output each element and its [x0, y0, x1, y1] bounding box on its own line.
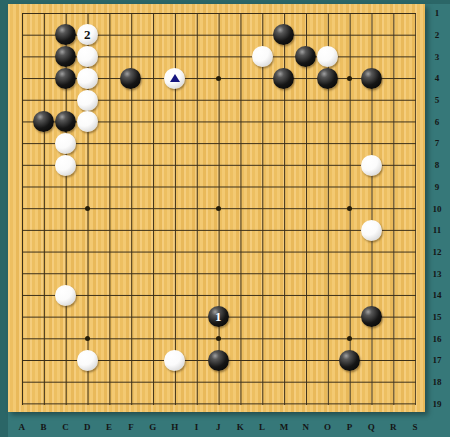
- intersection-N14[interactable]: [295, 284, 317, 306]
- intersection-C1[interactable]: [54, 2, 76, 24]
- intersection-E19[interactable]: [98, 393, 120, 415]
- intersection-E1[interactable]: [98, 2, 120, 24]
- intersection-P17[interactable]: [338, 349, 360, 371]
- intersection-G1[interactable]: [142, 2, 164, 24]
- intersection-I2[interactable]: [186, 24, 208, 46]
- intersection-A3[interactable]: [11, 46, 33, 68]
- intersection-D12[interactable]: [76, 241, 98, 263]
- intersection-J17[interactable]: [207, 349, 229, 371]
- intersection-D7[interactable]: [76, 133, 98, 155]
- intersection-F4[interactable]: [120, 68, 142, 90]
- intersection-R6[interactable]: [382, 111, 404, 133]
- intersection-B4[interactable]: [33, 68, 55, 90]
- intersection-K5[interactable]: [229, 89, 251, 111]
- intersection-M9[interactable]: [273, 176, 295, 198]
- intersection-J19[interactable]: [207, 393, 229, 415]
- intersection-D2[interactable]: 2: [76, 24, 98, 46]
- intersection-Q16[interactable]: [360, 328, 382, 350]
- intersection-G14[interactable]: [142, 284, 164, 306]
- intersection-B14[interactable]: [33, 284, 55, 306]
- intersection-M17[interactable]: [273, 349, 295, 371]
- intersection-C10[interactable]: [54, 198, 76, 220]
- intersection-F5[interactable]: [120, 89, 142, 111]
- intersection-O15[interactable]: [317, 306, 339, 328]
- intersection-R7[interactable]: [382, 133, 404, 155]
- intersection-B5[interactable]: [33, 89, 55, 111]
- intersection-B7[interactable]: [33, 133, 55, 155]
- intersection-C3[interactable]: [54, 46, 76, 68]
- intersection-K6[interactable]: [229, 111, 251, 133]
- intersection-P18[interactable]: [338, 371, 360, 393]
- intersection-Q3[interactable]: [360, 46, 382, 68]
- intersection-L1[interactable]: [251, 2, 273, 24]
- intersection-H9[interactable]: [164, 176, 186, 198]
- intersection-I1[interactable]: [186, 2, 208, 24]
- intersection-M16[interactable]: [273, 328, 295, 350]
- intersection-E16[interactable]: [98, 328, 120, 350]
- intersection-Q10[interactable]: [360, 198, 382, 220]
- intersection-H14[interactable]: [164, 284, 186, 306]
- intersection-I9[interactable]: [186, 176, 208, 198]
- intersection-H18[interactable]: [164, 371, 186, 393]
- intersection-O14[interactable]: [317, 284, 339, 306]
- intersection-H16[interactable]: [164, 328, 186, 350]
- intersection-S15[interactable]: [404, 306, 426, 328]
- intersection-F14[interactable]: [120, 284, 142, 306]
- intersection-P19[interactable]: [338, 393, 360, 415]
- intersection-F2[interactable]: [120, 24, 142, 46]
- intersection-E10[interactable]: [98, 198, 120, 220]
- intersection-L19[interactable]: [251, 393, 273, 415]
- intersection-G19[interactable]: [142, 393, 164, 415]
- intersection-P2[interactable]: [338, 24, 360, 46]
- intersection-G17[interactable]: [142, 349, 164, 371]
- intersection-L4[interactable]: [251, 68, 273, 90]
- intersection-Q14[interactable]: [360, 284, 382, 306]
- intersection-I15[interactable]: [186, 306, 208, 328]
- intersection-Q6[interactable]: [360, 111, 382, 133]
- intersection-G3[interactable]: [142, 46, 164, 68]
- intersection-A19[interactable]: [11, 393, 33, 415]
- intersection-G8[interactable]: [142, 154, 164, 176]
- intersection-H7[interactable]: [164, 133, 186, 155]
- intersection-J7[interactable]: [207, 133, 229, 155]
- intersection-M2[interactable]: [273, 24, 295, 46]
- intersection-Q15[interactable]: [360, 306, 382, 328]
- intersection-E18[interactable]: [98, 371, 120, 393]
- intersection-K19[interactable]: [229, 393, 251, 415]
- intersection-E7[interactable]: [98, 133, 120, 155]
- intersection-L11[interactable]: [251, 219, 273, 241]
- intersection-F7[interactable]: [120, 133, 142, 155]
- intersection-A4[interactable]: [11, 68, 33, 90]
- intersection-P13[interactable]: [338, 263, 360, 285]
- intersection-O18[interactable]: [317, 371, 339, 393]
- intersection-F8[interactable]: [120, 154, 142, 176]
- intersection-J9[interactable]: [207, 176, 229, 198]
- intersection-N18[interactable]: [295, 371, 317, 393]
- intersection-P6[interactable]: [338, 111, 360, 133]
- intersection-Q17[interactable]: [360, 349, 382, 371]
- intersection-A17[interactable]: [11, 349, 33, 371]
- intersection-R11[interactable]: [382, 219, 404, 241]
- intersection-B11[interactable]: [33, 219, 55, 241]
- intersection-N4[interactable]: [295, 68, 317, 90]
- intersection-L2[interactable]: [251, 24, 273, 46]
- intersection-M18[interactable]: [273, 371, 295, 393]
- intersection-J1[interactable]: [207, 2, 229, 24]
- intersection-H13[interactable]: [164, 263, 186, 285]
- intersection-H11[interactable]: [164, 219, 186, 241]
- intersection-H12[interactable]: [164, 241, 186, 263]
- intersection-J12[interactable]: [207, 241, 229, 263]
- intersection-O12[interactable]: [317, 241, 339, 263]
- intersection-N3[interactable]: [295, 46, 317, 68]
- intersection-J13[interactable]: [207, 263, 229, 285]
- intersection-J3[interactable]: [207, 46, 229, 68]
- intersection-A7[interactable]: [11, 133, 33, 155]
- intersection-J15[interactable]: 1: [207, 306, 229, 328]
- intersection-J5[interactable]: [207, 89, 229, 111]
- intersection-G12[interactable]: [142, 241, 164, 263]
- intersection-A1[interactable]: [11, 2, 33, 24]
- intersection-S7[interactable]: [404, 133, 426, 155]
- intersection-H4[interactable]: [164, 68, 186, 90]
- intersection-K14[interactable]: [229, 284, 251, 306]
- intersection-K12[interactable]: [229, 241, 251, 263]
- intersection-H6[interactable]: [164, 111, 186, 133]
- intersection-G9[interactable]: [142, 176, 164, 198]
- intersection-N19[interactable]: [295, 393, 317, 415]
- intersection-A13[interactable]: [11, 263, 33, 285]
- intersection-O10[interactable]: [317, 198, 339, 220]
- intersection-D1[interactable]: [76, 2, 98, 24]
- intersection-I10[interactable]: [186, 198, 208, 220]
- intersection-O3[interactable]: [317, 46, 339, 68]
- intersection-S4[interactable]: [404, 68, 426, 90]
- intersection-I14[interactable]: [186, 284, 208, 306]
- intersection-N2[interactable]: [295, 24, 317, 46]
- intersection-E5[interactable]: [98, 89, 120, 111]
- intersection-H5[interactable]: [164, 89, 186, 111]
- intersection-K16[interactable]: [229, 328, 251, 350]
- intersection-Q18[interactable]: [360, 371, 382, 393]
- intersection-H3[interactable]: [164, 46, 186, 68]
- intersection-D4[interactable]: [76, 68, 98, 90]
- intersection-B16[interactable]: [33, 328, 55, 350]
- intersection-I5[interactable]: [186, 89, 208, 111]
- intersection-C19[interactable]: [54, 393, 76, 415]
- intersection-A6[interactable]: [11, 111, 33, 133]
- intersection-F10[interactable]: [120, 198, 142, 220]
- intersection-L10[interactable]: [251, 198, 273, 220]
- intersection-A11[interactable]: [11, 219, 33, 241]
- intersection-C17[interactable]: [54, 349, 76, 371]
- intersection-G15[interactable]: [142, 306, 164, 328]
- intersection-B17[interactable]: [33, 349, 55, 371]
- intersection-N1[interactable]: [295, 2, 317, 24]
- intersection-S12[interactable]: [404, 241, 426, 263]
- intersection-E12[interactable]: [98, 241, 120, 263]
- intersection-R13[interactable]: [382, 263, 404, 285]
- intersection-R19[interactable]: [382, 393, 404, 415]
- intersection-P9[interactable]: [338, 176, 360, 198]
- intersection-G13[interactable]: [142, 263, 164, 285]
- intersection-K15[interactable]: [229, 306, 251, 328]
- intersection-K10[interactable]: [229, 198, 251, 220]
- intersection-S10[interactable]: [404, 198, 426, 220]
- intersection-M7[interactable]: [273, 133, 295, 155]
- intersection-N15[interactable]: [295, 306, 317, 328]
- intersection-N11[interactable]: [295, 219, 317, 241]
- intersection-M3[interactable]: [273, 46, 295, 68]
- intersection-R17[interactable]: [382, 349, 404, 371]
- intersection-F6[interactable]: [120, 111, 142, 133]
- intersection-G2[interactable]: [142, 24, 164, 46]
- intersection-F13[interactable]: [120, 263, 142, 285]
- intersection-R18[interactable]: [382, 371, 404, 393]
- intersection-L8[interactable]: [251, 154, 273, 176]
- intersection-R10[interactable]: [382, 198, 404, 220]
- intersection-O13[interactable]: [317, 263, 339, 285]
- intersection-R5[interactable]: [382, 89, 404, 111]
- intersection-B19[interactable]: [33, 393, 55, 415]
- intersection-F15[interactable]: [120, 306, 142, 328]
- intersection-Q19[interactable]: [360, 393, 382, 415]
- intersection-B15[interactable]: [33, 306, 55, 328]
- intersection-Q8[interactable]: [360, 154, 382, 176]
- intersection-O19[interactable]: [317, 393, 339, 415]
- intersection-J8[interactable]: [207, 154, 229, 176]
- intersection-C4[interactable]: [54, 68, 76, 90]
- intersection-I8[interactable]: [186, 154, 208, 176]
- intersection-E2[interactable]: [98, 24, 120, 46]
- intersection-Q1[interactable]: [360, 2, 382, 24]
- intersection-F1[interactable]: [120, 2, 142, 24]
- intersection-A10[interactable]: [11, 198, 33, 220]
- intersection-L13[interactable]: [251, 263, 273, 285]
- intersection-E8[interactable]: [98, 154, 120, 176]
- intersection-E6[interactable]: [98, 111, 120, 133]
- intersection-L9[interactable]: [251, 176, 273, 198]
- intersection-P11[interactable]: [338, 219, 360, 241]
- intersection-K1[interactable]: [229, 2, 251, 24]
- intersection-P14[interactable]: [338, 284, 360, 306]
- intersection-R4[interactable]: [382, 68, 404, 90]
- intersection-S2[interactable]: [404, 24, 426, 46]
- intersection-I16[interactable]: [186, 328, 208, 350]
- intersection-R9[interactable]: [382, 176, 404, 198]
- intersection-J11[interactable]: [207, 219, 229, 241]
- intersection-D14[interactable]: [76, 284, 98, 306]
- intersection-J4[interactable]: [207, 68, 229, 90]
- intersection-O16[interactable]: [317, 328, 339, 350]
- intersection-B2[interactable]: [33, 24, 55, 46]
- intersection-C5[interactable]: [54, 89, 76, 111]
- intersection-F17[interactable]: [120, 349, 142, 371]
- intersection-N12[interactable]: [295, 241, 317, 263]
- intersection-N6[interactable]: [295, 111, 317, 133]
- intersection-G5[interactable]: [142, 89, 164, 111]
- intersection-I18[interactable]: [186, 371, 208, 393]
- intersection-C8[interactable]: [54, 154, 76, 176]
- intersection-H19[interactable]: [164, 393, 186, 415]
- intersection-B6[interactable]: [33, 111, 55, 133]
- intersection-B18[interactable]: [33, 371, 55, 393]
- intersection-Q4[interactable]: [360, 68, 382, 90]
- intersection-D6[interactable]: [76, 111, 98, 133]
- intersection-L17[interactable]: [251, 349, 273, 371]
- intersection-L5[interactable]: [251, 89, 273, 111]
- intersection-P16[interactable]: [338, 328, 360, 350]
- intersection-S16[interactable]: [404, 328, 426, 350]
- intersection-C16[interactable]: [54, 328, 76, 350]
- intersection-I6[interactable]: [186, 111, 208, 133]
- intersection-D13[interactable]: [76, 263, 98, 285]
- intersection-A5[interactable]: [11, 89, 33, 111]
- intersection-B13[interactable]: [33, 263, 55, 285]
- intersection-E13[interactable]: [98, 263, 120, 285]
- intersection-L3[interactable]: [251, 46, 273, 68]
- intersection-S11[interactable]: [404, 219, 426, 241]
- intersection-Q2[interactable]: [360, 24, 382, 46]
- intersection-Q13[interactable]: [360, 263, 382, 285]
- intersection-P5[interactable]: [338, 89, 360, 111]
- intersection-C2[interactable]: [54, 24, 76, 46]
- intersection-O5[interactable]: [317, 89, 339, 111]
- intersection-M8[interactable]: [273, 154, 295, 176]
- intersection-C12[interactable]: [54, 241, 76, 263]
- intersection-O7[interactable]: [317, 133, 339, 155]
- intersection-R14[interactable]: [382, 284, 404, 306]
- intersection-M11[interactable]: [273, 219, 295, 241]
- intersection-P12[interactable]: [338, 241, 360, 263]
- intersection-N13[interactable]: [295, 263, 317, 285]
- intersection-B8[interactable]: [33, 154, 55, 176]
- intersection-A18[interactable]: [11, 371, 33, 393]
- intersection-O6[interactable]: [317, 111, 339, 133]
- intersection-O9[interactable]: [317, 176, 339, 198]
- intersection-M10[interactable]: [273, 198, 295, 220]
- intersection-P15[interactable]: [338, 306, 360, 328]
- intersection-E3[interactable]: [98, 46, 120, 68]
- intersection-J16[interactable]: [207, 328, 229, 350]
- intersection-B12[interactable]: [33, 241, 55, 263]
- intersection-M1[interactable]: [273, 2, 295, 24]
- intersection-E14[interactable]: [98, 284, 120, 306]
- intersection-C14[interactable]: [54, 284, 76, 306]
- intersection-A12[interactable]: [11, 241, 33, 263]
- intersection-I4[interactable]: [186, 68, 208, 90]
- intersection-S18[interactable]: [404, 371, 426, 393]
- intersection-A9[interactable]: [11, 176, 33, 198]
- intersection-P1[interactable]: [338, 2, 360, 24]
- intersection-M12[interactable]: [273, 241, 295, 263]
- intersection-O1[interactable]: [317, 2, 339, 24]
- intersection-D18[interactable]: [76, 371, 98, 393]
- intersection-I19[interactable]: [186, 393, 208, 415]
- intersection-Q9[interactable]: [360, 176, 382, 198]
- intersection-H1[interactable]: [164, 2, 186, 24]
- intersection-I13[interactable]: [186, 263, 208, 285]
- intersection-R16[interactable]: [382, 328, 404, 350]
- intersection-D19[interactable]: [76, 393, 98, 415]
- intersection-E11[interactable]: [98, 219, 120, 241]
- intersection-L16[interactable]: [251, 328, 273, 350]
- intersection-H17[interactable]: [164, 349, 186, 371]
- intersection-I12[interactable]: [186, 241, 208, 263]
- intersection-S5[interactable]: [404, 89, 426, 111]
- intersection-F16[interactable]: [120, 328, 142, 350]
- intersection-L7[interactable]: [251, 133, 273, 155]
- intersection-F12[interactable]: [120, 241, 142, 263]
- intersection-A8[interactable]: [11, 154, 33, 176]
- intersection-E4[interactable]: [98, 68, 120, 90]
- intersection-N16[interactable]: [295, 328, 317, 350]
- intersection-S3[interactable]: [404, 46, 426, 68]
- intersection-Q5[interactable]: [360, 89, 382, 111]
- intersection-K18[interactable]: [229, 371, 251, 393]
- intersection-A2[interactable]: [11, 24, 33, 46]
- intersection-J10[interactable]: [207, 198, 229, 220]
- intersection-S8[interactable]: [404, 154, 426, 176]
- intersection-K3[interactable]: [229, 46, 251, 68]
- intersection-F19[interactable]: [120, 393, 142, 415]
- intersection-S1[interactable]: [404, 2, 426, 24]
- intersection-G6[interactable]: [142, 111, 164, 133]
- intersection-H2[interactable]: [164, 24, 186, 46]
- intersection-M14[interactable]: [273, 284, 295, 306]
- intersection-N9[interactable]: [295, 176, 317, 198]
- intersection-P7[interactable]: [338, 133, 360, 155]
- intersection-G11[interactable]: [142, 219, 164, 241]
- intersection-I3[interactable]: [186, 46, 208, 68]
- intersection-N8[interactable]: [295, 154, 317, 176]
- intersection-M4[interactable]: [273, 68, 295, 90]
- intersection-Q7[interactable]: [360, 133, 382, 155]
- intersection-H15[interactable]: [164, 306, 186, 328]
- intersection-D8[interactable]: [76, 154, 98, 176]
- intersection-O8[interactable]: [317, 154, 339, 176]
- intersection-K2[interactable]: [229, 24, 251, 46]
- intersection-B1[interactable]: [33, 2, 55, 24]
- intersection-R12[interactable]: [382, 241, 404, 263]
- intersection-B3[interactable]: [33, 46, 55, 68]
- intersection-O2[interactable]: [317, 24, 339, 46]
- intersection-J14[interactable]: [207, 284, 229, 306]
- intersection-J6[interactable]: [207, 111, 229, 133]
- intersection-S17[interactable]: [404, 349, 426, 371]
- intersection-N5[interactable]: [295, 89, 317, 111]
- intersection-M13[interactable]: [273, 263, 295, 285]
- intersection-P4[interactable]: [338, 68, 360, 90]
- intersection-K11[interactable]: [229, 219, 251, 241]
- intersection-K4[interactable]: [229, 68, 251, 90]
- intersection-D5[interactable]: [76, 89, 98, 111]
- intersection-A15[interactable]: [11, 306, 33, 328]
- intersection-N7[interactable]: [295, 133, 317, 155]
- intersection-D11[interactable]: [76, 219, 98, 241]
- intersection-E15[interactable]: [98, 306, 120, 328]
- intersection-G4[interactable]: [142, 68, 164, 90]
- intersection-L18[interactable]: [251, 371, 273, 393]
- intersection-C18[interactable]: [54, 371, 76, 393]
- intersection-O17[interactable]: [317, 349, 339, 371]
- intersection-P3[interactable]: [338, 46, 360, 68]
- intersection-R8[interactable]: [382, 154, 404, 176]
- intersection-S6[interactable]: [404, 111, 426, 133]
- intersection-F9[interactable]: [120, 176, 142, 198]
